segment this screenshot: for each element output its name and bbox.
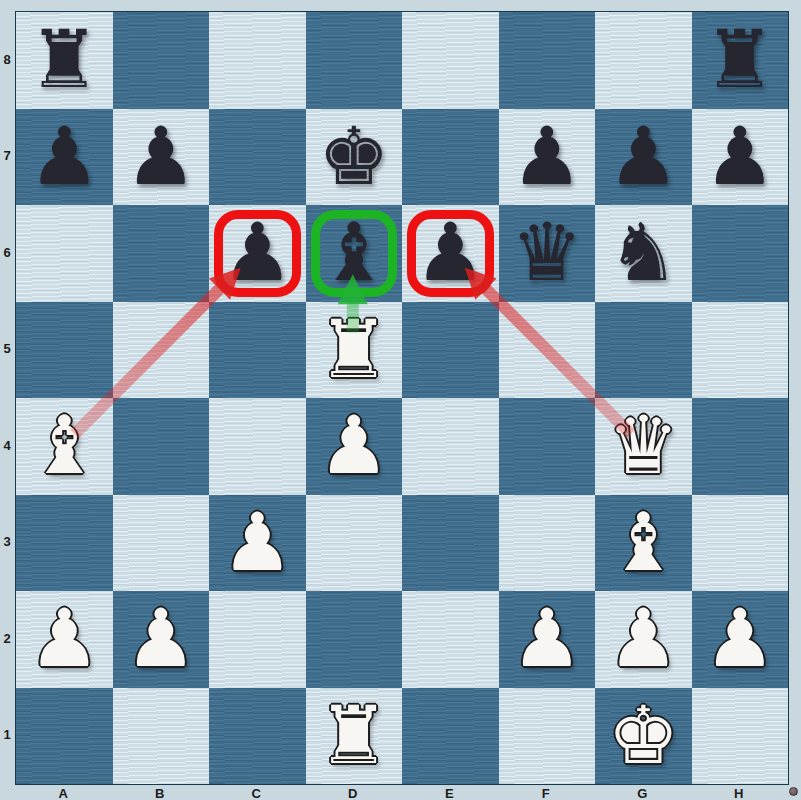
square-f4[interactable] bbox=[499, 398, 596, 495]
square-b2[interactable]: ♟ bbox=[113, 591, 210, 688]
black-pawn-b7[interactable]: ♟ bbox=[113, 109, 210, 206]
square-h6[interactable] bbox=[692, 205, 789, 302]
square-h5[interactable] bbox=[692, 302, 789, 399]
black-queen-f6[interactable]: ♛ bbox=[499, 205, 596, 302]
rank-label-1: 1 bbox=[0, 687, 14, 784]
white-pawn-d4[interactable]: ♟ bbox=[306, 398, 403, 495]
rank-label-3: 3 bbox=[0, 494, 14, 591]
white-pawn-f2[interactable]: ♟ bbox=[499, 591, 596, 688]
square-f7[interactable]: ♟ bbox=[499, 109, 596, 206]
square-a5[interactable] bbox=[16, 302, 113, 399]
file-label-B: B bbox=[112, 786, 209, 800]
square-b4[interactable] bbox=[113, 398, 210, 495]
square-g2[interactable]: ♟ bbox=[595, 591, 692, 688]
black-king-d7[interactable]: ♚ bbox=[306, 109, 403, 206]
square-e3[interactable] bbox=[402, 495, 499, 592]
square-f1[interactable] bbox=[499, 688, 596, 785]
square-h8[interactable]: ♜ bbox=[692, 12, 789, 109]
black-pawn-f7[interactable]: ♟ bbox=[499, 109, 596, 206]
square-b6[interactable] bbox=[113, 205, 210, 302]
square-b7[interactable]: ♟ bbox=[113, 109, 210, 206]
square-d8[interactable] bbox=[306, 12, 403, 109]
square-g6[interactable]: ♞ bbox=[595, 205, 692, 302]
square-c1[interactable] bbox=[209, 688, 306, 785]
white-pawn-c3[interactable]: ♟ bbox=[209, 495, 306, 592]
square-a4[interactable]: ♝ bbox=[16, 398, 113, 495]
black-pawn-h7[interactable]: ♟ bbox=[692, 109, 789, 206]
square-c5[interactable] bbox=[209, 302, 306, 399]
file-label-C: C bbox=[208, 786, 305, 800]
file-label-E: E bbox=[401, 786, 498, 800]
square-b1[interactable] bbox=[113, 688, 210, 785]
square-d2[interactable] bbox=[306, 591, 403, 688]
square-d7[interactable]: ♚ bbox=[306, 109, 403, 206]
square-e5[interactable] bbox=[402, 302, 499, 399]
black-rook-a8[interactable]: ♜ bbox=[16, 12, 113, 109]
black-pawn-e6[interactable]: ♟ bbox=[402, 205, 499, 302]
square-a7[interactable]: ♟ bbox=[16, 109, 113, 206]
square-f5[interactable] bbox=[499, 302, 596, 399]
square-h4[interactable] bbox=[692, 398, 789, 495]
square-g8[interactable] bbox=[595, 12, 692, 109]
square-c2[interactable] bbox=[209, 591, 306, 688]
square-a8[interactable]: ♜ bbox=[16, 12, 113, 109]
square-a6[interactable] bbox=[16, 205, 113, 302]
square-c4[interactable] bbox=[209, 398, 306, 495]
square-e4[interactable] bbox=[402, 398, 499, 495]
square-g7[interactable]: ♟ bbox=[595, 109, 692, 206]
square-b8[interactable] bbox=[113, 12, 210, 109]
square-d1[interactable]: ♜ bbox=[306, 688, 403, 785]
black-knight-g6[interactable]: ♞ bbox=[595, 205, 692, 302]
square-a3[interactable] bbox=[16, 495, 113, 592]
white-bishop-a4[interactable]: ♝ bbox=[16, 398, 113, 495]
file-label-G: G bbox=[594, 786, 691, 800]
white-rook-d5[interactable]: ♜ bbox=[306, 302, 403, 399]
square-c8[interactable] bbox=[209, 12, 306, 109]
square-h1[interactable] bbox=[692, 688, 789, 785]
square-e7[interactable] bbox=[402, 109, 499, 206]
rank-label-2: 2 bbox=[0, 590, 14, 687]
square-c7[interactable] bbox=[209, 109, 306, 206]
square-a2[interactable]: ♟ bbox=[16, 591, 113, 688]
white-bishop-g3[interactable]: ♝ bbox=[595, 495, 692, 592]
rank-label-8: 8 bbox=[0, 11, 14, 108]
black-bishop-d6[interactable]: ♝ bbox=[306, 205, 403, 302]
square-d3[interactable] bbox=[306, 495, 403, 592]
square-h3[interactable] bbox=[692, 495, 789, 592]
square-g1[interactable]: ♚ bbox=[595, 688, 692, 785]
white-pawn-b2[interactable]: ♟ bbox=[113, 591, 210, 688]
square-e8[interactable] bbox=[402, 12, 499, 109]
square-d5[interactable]: ♜ bbox=[306, 302, 403, 399]
white-rook-d1[interactable]: ♜ bbox=[306, 688, 403, 785]
square-g4[interactable]: ♛ bbox=[595, 398, 692, 495]
rank-label-6: 6 bbox=[0, 204, 14, 301]
chess-board: ♜♜♟♟♚♟♟♟♟♝♟♛♞♜♝♟♛♟♝♟♟♟♟♟♜♚ bbox=[15, 11, 789, 785]
white-king-g1[interactable]: ♚ bbox=[595, 688, 692, 785]
square-g5[interactable] bbox=[595, 302, 692, 399]
white-pawn-a2[interactable]: ♟ bbox=[16, 591, 113, 688]
square-b5[interactable] bbox=[113, 302, 210, 399]
black-pawn-a7[interactable]: ♟ bbox=[16, 109, 113, 206]
square-f3[interactable] bbox=[499, 495, 596, 592]
square-g3[interactable]: ♝ bbox=[595, 495, 692, 592]
rank-label-4: 4 bbox=[0, 397, 14, 494]
rank-label-7: 7 bbox=[0, 108, 14, 205]
square-f6[interactable]: ♛ bbox=[499, 205, 596, 302]
square-h7[interactable]: ♟ bbox=[692, 109, 789, 206]
square-e2[interactable] bbox=[402, 591, 499, 688]
square-h2[interactable]: ♟ bbox=[692, 591, 789, 688]
watermark-dot bbox=[789, 787, 798, 796]
square-f2[interactable]: ♟ bbox=[499, 591, 596, 688]
black-rook-h8[interactable]: ♜ bbox=[692, 12, 789, 109]
white-pawn-h2[interactable]: ♟ bbox=[692, 591, 789, 688]
square-e1[interactable] bbox=[402, 688, 499, 785]
square-d4[interactable]: ♟ bbox=[306, 398, 403, 495]
black-pawn-c6[interactable]: ♟ bbox=[209, 205, 306, 302]
square-f8[interactable] bbox=[499, 12, 596, 109]
square-c3[interactable]: ♟ bbox=[209, 495, 306, 592]
file-label-A: A bbox=[15, 786, 112, 800]
square-c6[interactable]: ♟ bbox=[209, 205, 306, 302]
square-a1[interactable] bbox=[16, 688, 113, 785]
white-queen-g4[interactable]: ♛ bbox=[595, 398, 692, 495]
black-pawn-g7[interactable]: ♟ bbox=[595, 109, 692, 206]
square-e6[interactable]: ♟ bbox=[402, 205, 499, 302]
rank-label-5: 5 bbox=[0, 301, 14, 398]
square-b3[interactable] bbox=[113, 495, 210, 592]
square-d6[interactable]: ♝ bbox=[306, 205, 403, 302]
file-label-F: F bbox=[498, 786, 595, 800]
file-label-D: D bbox=[305, 786, 402, 800]
file-label-H: H bbox=[691, 786, 788, 800]
white-pawn-g2[interactable]: ♟ bbox=[595, 591, 692, 688]
